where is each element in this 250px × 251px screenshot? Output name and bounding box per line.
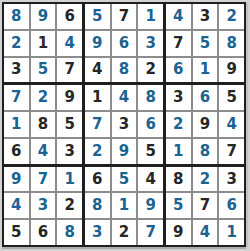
given-digit: 7	[173, 36, 183, 51]
cell-r6c7[interactable]: 1	[166, 139, 191, 164]
entered-digit: 6	[145, 117, 155, 132]
cell-r3c5[interactable]: 8	[112, 58, 137, 83]
cell-r2c2[interactable]: 1	[31, 31, 56, 56]
cell-r5c6[interactable]: 6	[138, 112, 163, 137]
given-digit: 9	[173, 225, 183, 240]
given-digit: 3	[64, 144, 74, 159]
entered-digit: 4	[226, 117, 236, 132]
cell-r8c8[interactable]: 7	[193, 193, 218, 218]
given-digit: 9	[64, 90, 74, 105]
sudoku-box-6: 365294187	[166, 85, 244, 163]
cell-r9c3[interactable]: 8	[57, 220, 82, 245]
cell-r6c6[interactable]: 5	[138, 139, 163, 164]
cell-r3c3[interactable]: 7	[57, 58, 82, 83]
cell-r1c5[interactable]: 7	[112, 4, 137, 29]
entered-digit: 1	[145, 9, 155, 24]
given-digit: 6	[38, 225, 48, 240]
entered-digit: 7	[145, 225, 155, 240]
cell-r3c9[interactable]: 9	[219, 58, 244, 83]
cell-r6c8[interactable]: 8	[193, 139, 218, 164]
entered-digit: 3	[145, 36, 155, 51]
entered-digit: 7	[11, 90, 21, 105]
entered-digit: 2	[200, 172, 210, 187]
entered-digit: 1	[11, 117, 21, 132]
sudoku-box-1: 896214357	[4, 4, 82, 82]
cell-r1c2[interactable]: 9	[31, 4, 56, 29]
cell-r6c9[interactable]: 7	[219, 139, 244, 164]
entered-digit: 8	[200, 144, 210, 159]
entered-digit: 8	[11, 9, 21, 24]
cell-r5c4[interactable]: 7	[85, 112, 110, 137]
entered-digit: 4	[200, 225, 210, 240]
given-digit: 3	[119, 117, 129, 132]
cell-r9c8[interactable]: 4	[193, 220, 218, 245]
sudoku-board: 8962143575719634824327586197291856431487…	[2, 2, 246, 247]
entered-digit: 8	[119, 62, 129, 77]
entered-digit: 9	[38, 9, 48, 24]
given-digit: 8	[38, 117, 48, 132]
cell-r8c1[interactable]: 4	[4, 193, 29, 218]
entered-digit: 4	[64, 36, 74, 51]
cell-r8c3[interactable]: 2	[57, 193, 82, 218]
entered-digit: 8	[64, 225, 74, 240]
sudoku-box-3: 432758619	[166, 4, 244, 82]
cell-r4c7[interactable]: 3	[166, 85, 191, 110]
cell-r5c9[interactable]: 4	[219, 112, 244, 137]
entered-digit: 9	[11, 172, 21, 187]
cell-r4c8[interactable]: 6	[193, 85, 218, 110]
given-digit: 5	[11, 225, 21, 240]
cell-r5c3[interactable]: 5	[57, 112, 82, 137]
entered-digit: 6	[226, 198, 236, 213]
entered-digit: 1	[64, 172, 74, 187]
given-digit: 1	[38, 36, 48, 51]
cell-r4c1[interactable]: 7	[4, 85, 29, 110]
entered-digit: 5	[119, 172, 129, 187]
entered-digit: 4	[119, 90, 129, 105]
entered-digit: 8	[145, 90, 155, 105]
cell-r8c2[interactable]: 3	[31, 193, 56, 218]
cell-r8c9[interactable]: 6	[219, 193, 244, 218]
entered-digit: 5	[38, 62, 48, 77]
entered-digit: 1	[226, 225, 236, 240]
cell-r6c4[interactable]: 2	[85, 139, 110, 164]
given-digit: 6	[64, 9, 74, 24]
entered-digit: 2	[226, 9, 236, 24]
entered-digit: 5	[92, 9, 102, 24]
given-digit: 3	[11, 62, 21, 77]
cell-r8c6[interactable]: 9	[138, 193, 163, 218]
cell-r1c9[interactable]: 2	[219, 4, 244, 29]
cell-r7c5[interactable]: 5	[112, 167, 137, 192]
given-digit: 2	[145, 62, 155, 77]
cell-r4c3[interactable]: 9	[57, 85, 82, 110]
cell-r5c2[interactable]: 8	[31, 112, 56, 137]
entered-digit: 4	[38, 144, 48, 159]
given-digit: 1	[92, 90, 102, 105]
cell-r6c5[interactable]: 9	[112, 139, 137, 164]
entered-digit: 9	[145, 198, 155, 213]
entered-digit: 7	[92, 117, 102, 132]
given-digit: 7	[119, 9, 129, 24]
cell-r2c9[interactable]: 8	[219, 31, 244, 56]
cell-r1c8[interactable]: 3	[193, 4, 218, 29]
cell-r2c1[interactable]: 2	[4, 31, 29, 56]
entered-digit: 9	[92, 36, 102, 51]
sudoku-box-2: 571963482	[85, 4, 163, 82]
cell-r6c3[interactable]: 3	[57, 139, 82, 164]
cell-r6c1[interactable]: 6	[4, 139, 29, 164]
cell-r2c8[interactable]: 5	[193, 31, 218, 56]
entered-digit: 5	[173, 198, 183, 213]
cell-r1c6[interactable]: 1	[138, 4, 163, 29]
cell-r5c8[interactable]: 9	[193, 112, 218, 137]
entered-digit: 2	[173, 117, 183, 132]
given-digit: 9	[226, 62, 236, 77]
entered-digit: 5	[200, 36, 210, 51]
given-digit: 3	[200, 9, 210, 24]
entered-digit: 9	[119, 144, 129, 159]
cell-r6c2[interactable]: 4	[31, 139, 56, 164]
cell-r5c7[interactable]: 2	[166, 112, 191, 137]
cell-r3c2[interactable]: 5	[31, 58, 56, 83]
given-digit: 7	[226, 144, 236, 159]
cell-r8c4[interactable]: 8	[85, 193, 110, 218]
cell-r9c5[interactable]: 2	[112, 220, 137, 245]
sudoku-page: { "game": "sudoku", "board_state": "solv…	[0, 0, 250, 251]
sudoku-box-7: 971432568	[4, 167, 82, 245]
cell-r9c6[interactable]: 7	[138, 220, 163, 245]
entered-digit: 1	[119, 198, 129, 213]
entered-digit: 6	[200, 90, 210, 105]
cell-r2c5[interactable]: 6	[112, 31, 137, 56]
cell-r4c5[interactable]: 4	[112, 85, 137, 110]
cell-r9c2[interactable]: 6	[31, 220, 56, 245]
cell-r7c6[interactable]: 4	[138, 167, 163, 192]
entered-digit: 2	[92, 144, 102, 159]
given-digit: 5	[226, 90, 236, 105]
cell-r2c7[interactable]: 7	[166, 31, 191, 56]
entered-digit: 2	[11, 36, 21, 51]
sudoku-box-5: 148736295	[85, 85, 163, 163]
cell-r3c6[interactable]: 2	[138, 58, 163, 83]
cell-r3c1[interactable]: 3	[4, 58, 29, 83]
cell-r1c4[interactable]: 5	[85, 4, 110, 29]
given-digit: 7	[200, 198, 210, 213]
cell-r7c9[interactable]: 3	[219, 167, 244, 192]
cell-r7c8[interactable]: 2	[193, 167, 218, 192]
entered-digit: 8	[226, 36, 236, 51]
given-digit: 2	[64, 198, 74, 213]
given-digit: 3	[226, 172, 236, 187]
given-digit: 4	[145, 172, 155, 187]
cell-r1c1[interactable]: 8	[4, 4, 29, 29]
cell-r8c5[interactable]: 1	[112, 193, 137, 218]
given-digit: 5	[145, 144, 155, 159]
cell-r9c9[interactable]: 1	[219, 220, 244, 245]
cell-r3c7[interactable]: 6	[166, 58, 191, 83]
given-digit: 2	[119, 225, 129, 240]
entered-digit: 4	[11, 198, 21, 213]
cell-r1c7[interactable]: 4	[166, 4, 191, 29]
given-digit: 8	[173, 172, 183, 187]
cell-r5c5[interactable]: 3	[112, 112, 137, 137]
cell-r8c7[interactable]: 5	[166, 193, 191, 218]
cell-r1c3[interactable]: 6	[57, 4, 82, 29]
cell-r7c2[interactable]: 7	[31, 167, 56, 192]
entered-digit: 3	[92, 225, 102, 240]
given-digit: 3	[173, 90, 183, 105]
entered-digit: 1	[200, 62, 210, 77]
cell-r9c7[interactable]: 9	[166, 220, 191, 245]
sudoku-box-4: 729185643	[4, 85, 82, 163]
cell-r4c2[interactable]: 2	[31, 85, 56, 110]
cell-r4c6[interactable]: 8	[138, 85, 163, 110]
entered-digit: 4	[173, 9, 183, 24]
cell-r3c4[interactable]: 4	[85, 58, 110, 83]
cell-r9c4[interactable]: 3	[85, 220, 110, 245]
sudoku-box-8: 654819327	[85, 167, 163, 245]
entered-digit: 2	[38, 90, 48, 105]
cell-r5c1[interactable]: 1	[4, 112, 29, 137]
entered-digit: 7	[38, 172, 48, 187]
cell-r7c1[interactable]: 9	[4, 167, 29, 192]
entered-digit: 3	[38, 198, 48, 213]
given-digit: 4	[92, 62, 102, 77]
sudoku-box-9: 823576941	[166, 167, 244, 245]
cell-r7c4[interactable]: 6	[85, 167, 110, 192]
cell-r4c4[interactable]: 1	[85, 85, 110, 110]
entered-digit: 6	[119, 36, 129, 51]
cell-r3c8[interactable]: 1	[193, 58, 218, 83]
cell-r9c1[interactable]: 5	[4, 220, 29, 245]
cell-r2c4[interactable]: 9	[85, 31, 110, 56]
given-digit: 7	[64, 62, 74, 77]
given-digit: 5	[64, 117, 74, 132]
given-digit: 6	[11, 144, 21, 159]
cell-r4c9[interactable]: 5	[219, 85, 244, 110]
given-digit: 6	[92, 172, 102, 187]
cell-r2c3[interactable]: 4	[57, 31, 82, 56]
entered-digit: 1	[173, 144, 183, 159]
entered-digit: 8	[92, 198, 102, 213]
cell-r7c3[interactable]: 1	[57, 167, 82, 192]
cell-r7c7[interactable]: 8	[166, 167, 191, 192]
given-digit: 9	[200, 117, 210, 132]
cell-r2c6[interactable]: 3	[138, 31, 163, 56]
entered-digit: 6	[173, 62, 183, 77]
